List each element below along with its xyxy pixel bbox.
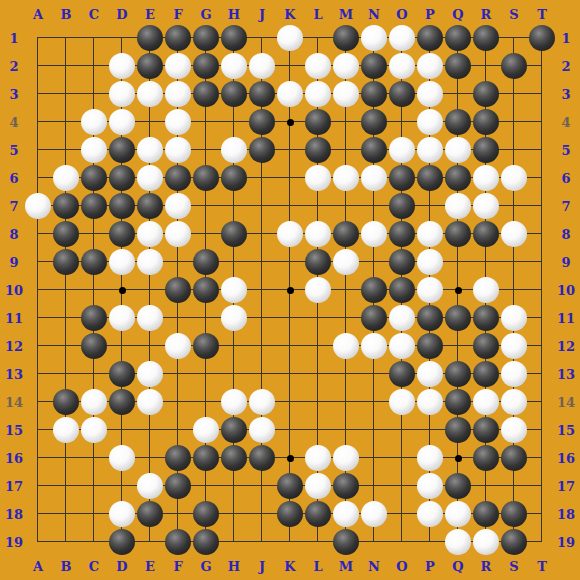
intersection-o17[interactable] bbox=[388, 472, 416, 500]
intersection-p3[interactable] bbox=[416, 80, 444, 108]
intersection-h15[interactable] bbox=[220, 416, 248, 444]
intersection-r17[interactable] bbox=[472, 472, 500, 500]
intersection-f11[interactable] bbox=[164, 304, 192, 332]
intersection-o9[interactable] bbox=[388, 248, 416, 276]
intersection-f14[interactable] bbox=[164, 388, 192, 416]
intersection-e12[interactable] bbox=[136, 332, 164, 360]
intersection-d8[interactable] bbox=[108, 220, 136, 248]
intersection-p17[interactable] bbox=[416, 472, 444, 500]
intersection-s12[interactable] bbox=[500, 332, 528, 360]
intersection-q16[interactable] bbox=[444, 444, 472, 472]
intersection-a10[interactable] bbox=[24, 276, 52, 304]
intersection-e1[interactable] bbox=[136, 24, 164, 52]
intersection-b18[interactable] bbox=[52, 500, 80, 528]
intersection-p15[interactable] bbox=[416, 416, 444, 444]
intersection-r11[interactable] bbox=[472, 304, 500, 332]
intersection-r18[interactable] bbox=[472, 500, 500, 528]
intersection-j5[interactable] bbox=[248, 136, 276, 164]
intersection-d18[interactable] bbox=[108, 500, 136, 528]
intersection-a5[interactable] bbox=[24, 136, 52, 164]
intersection-s11[interactable] bbox=[500, 304, 528, 332]
intersection-e8[interactable] bbox=[136, 220, 164, 248]
intersection-d5[interactable] bbox=[108, 136, 136, 164]
intersection-g4[interactable] bbox=[192, 108, 220, 136]
intersection-j16[interactable] bbox=[248, 444, 276, 472]
intersection-o3[interactable] bbox=[388, 80, 416, 108]
intersection-q13[interactable] bbox=[444, 360, 472, 388]
intersection-q9[interactable] bbox=[444, 248, 472, 276]
intersection-b1[interactable] bbox=[52, 24, 80, 52]
intersection-s18[interactable] bbox=[500, 500, 528, 528]
intersection-r8[interactable] bbox=[472, 220, 500, 248]
intersection-l1[interactable] bbox=[304, 24, 332, 52]
intersection-l11[interactable] bbox=[304, 304, 332, 332]
intersection-m13[interactable] bbox=[332, 360, 360, 388]
intersection-r10[interactable] bbox=[472, 276, 500, 304]
intersection-f8[interactable] bbox=[164, 220, 192, 248]
intersection-p6[interactable] bbox=[416, 164, 444, 192]
intersection-k16[interactable] bbox=[276, 444, 304, 472]
intersection-d3[interactable] bbox=[108, 80, 136, 108]
intersection-j17[interactable] bbox=[248, 472, 276, 500]
intersection-c4[interactable] bbox=[80, 108, 108, 136]
intersection-r6[interactable] bbox=[472, 164, 500, 192]
intersection-b7[interactable] bbox=[52, 192, 80, 220]
intersection-f7[interactable] bbox=[164, 192, 192, 220]
intersection-a18[interactable] bbox=[24, 500, 52, 528]
intersection-r9[interactable] bbox=[472, 248, 500, 276]
intersection-s2[interactable] bbox=[500, 52, 528, 80]
intersection-c1[interactable] bbox=[80, 24, 108, 52]
intersection-m8[interactable] bbox=[332, 220, 360, 248]
intersection-l7[interactable] bbox=[304, 192, 332, 220]
intersection-l14[interactable] bbox=[304, 388, 332, 416]
intersection-m3[interactable] bbox=[332, 80, 360, 108]
intersection-t19[interactable] bbox=[528, 528, 556, 556]
intersection-g2[interactable] bbox=[192, 52, 220, 80]
intersection-r2[interactable] bbox=[472, 52, 500, 80]
intersection-p14[interactable] bbox=[416, 388, 444, 416]
intersection-q3[interactable] bbox=[444, 80, 472, 108]
intersection-c6[interactable] bbox=[80, 164, 108, 192]
intersection-s19[interactable] bbox=[500, 528, 528, 556]
intersection-g5[interactable] bbox=[192, 136, 220, 164]
intersection-p12[interactable] bbox=[416, 332, 444, 360]
intersection-l9[interactable] bbox=[304, 248, 332, 276]
intersection-d12[interactable] bbox=[108, 332, 136, 360]
intersection-q4[interactable] bbox=[444, 108, 472, 136]
intersection-n3[interactable] bbox=[360, 80, 388, 108]
intersection-d7[interactable] bbox=[108, 192, 136, 220]
intersection-o1[interactable] bbox=[388, 24, 416, 52]
intersection-a11[interactable] bbox=[24, 304, 52, 332]
intersection-e9[interactable] bbox=[136, 248, 164, 276]
intersection-h11[interactable] bbox=[220, 304, 248, 332]
intersection-m11[interactable] bbox=[332, 304, 360, 332]
intersection-c12[interactable] bbox=[80, 332, 108, 360]
intersection-n17[interactable] bbox=[360, 472, 388, 500]
intersection-r12[interactable] bbox=[472, 332, 500, 360]
intersection-e15[interactable] bbox=[136, 416, 164, 444]
intersection-a6[interactable] bbox=[24, 164, 52, 192]
intersection-a17[interactable] bbox=[24, 472, 52, 500]
intersection-k13[interactable] bbox=[276, 360, 304, 388]
intersection-r16[interactable] bbox=[472, 444, 500, 472]
intersection-q15[interactable] bbox=[444, 416, 472, 444]
intersection-j9[interactable] bbox=[248, 248, 276, 276]
intersection-s14[interactable] bbox=[500, 388, 528, 416]
intersection-j8[interactable] bbox=[248, 220, 276, 248]
intersection-s9[interactable] bbox=[500, 248, 528, 276]
intersection-m16[interactable] bbox=[332, 444, 360, 472]
intersection-g9[interactable] bbox=[192, 248, 220, 276]
intersection-f12[interactable] bbox=[164, 332, 192, 360]
intersection-m4[interactable] bbox=[332, 108, 360, 136]
intersection-n8[interactable] bbox=[360, 220, 388, 248]
intersection-k1[interactable] bbox=[276, 24, 304, 52]
intersection-a3[interactable] bbox=[24, 80, 52, 108]
intersection-o7[interactable] bbox=[388, 192, 416, 220]
intersection-e5[interactable] bbox=[136, 136, 164, 164]
intersection-q14[interactable] bbox=[444, 388, 472, 416]
intersection-a13[interactable] bbox=[24, 360, 52, 388]
intersection-g13[interactable] bbox=[192, 360, 220, 388]
intersection-q6[interactable] bbox=[444, 164, 472, 192]
intersection-l5[interactable] bbox=[304, 136, 332, 164]
intersection-q19[interactable] bbox=[444, 528, 472, 556]
intersection-g11[interactable] bbox=[192, 304, 220, 332]
intersection-t3[interactable] bbox=[528, 80, 556, 108]
intersection-g14[interactable] bbox=[192, 388, 220, 416]
intersection-h1[interactable] bbox=[220, 24, 248, 52]
intersection-l2[interactable] bbox=[304, 52, 332, 80]
intersection-n9[interactable] bbox=[360, 248, 388, 276]
intersection-g7[interactable] bbox=[192, 192, 220, 220]
intersection-o2[interactable] bbox=[388, 52, 416, 80]
intersection-n11[interactable] bbox=[360, 304, 388, 332]
intersection-n14[interactable] bbox=[360, 388, 388, 416]
intersection-h10[interactable] bbox=[220, 276, 248, 304]
intersection-h5[interactable] bbox=[220, 136, 248, 164]
intersection-q2[interactable] bbox=[444, 52, 472, 80]
intersection-f10[interactable] bbox=[164, 276, 192, 304]
intersection-n12[interactable] bbox=[360, 332, 388, 360]
intersection-o5[interactable] bbox=[388, 136, 416, 164]
intersection-k2[interactable] bbox=[276, 52, 304, 80]
intersection-o6[interactable] bbox=[388, 164, 416, 192]
intersection-h6[interactable] bbox=[220, 164, 248, 192]
intersection-t6[interactable] bbox=[528, 164, 556, 192]
intersection-t12[interactable] bbox=[528, 332, 556, 360]
intersection-p2[interactable] bbox=[416, 52, 444, 80]
intersection-k17[interactable] bbox=[276, 472, 304, 500]
intersection-c8[interactable] bbox=[80, 220, 108, 248]
intersection-b16[interactable] bbox=[52, 444, 80, 472]
intersection-j18[interactable] bbox=[248, 500, 276, 528]
intersection-o14[interactable] bbox=[388, 388, 416, 416]
intersection-j10[interactable] bbox=[248, 276, 276, 304]
intersection-r1[interactable] bbox=[472, 24, 500, 52]
intersection-m1[interactable] bbox=[332, 24, 360, 52]
intersection-s17[interactable] bbox=[500, 472, 528, 500]
intersection-c11[interactable] bbox=[80, 304, 108, 332]
intersection-j4[interactable] bbox=[248, 108, 276, 136]
intersection-k9[interactable] bbox=[276, 248, 304, 276]
intersection-q8[interactable] bbox=[444, 220, 472, 248]
intersection-b3[interactable] bbox=[52, 80, 80, 108]
intersection-g15[interactable] bbox=[192, 416, 220, 444]
intersection-m2[interactable] bbox=[332, 52, 360, 80]
intersection-m18[interactable] bbox=[332, 500, 360, 528]
intersection-b2[interactable] bbox=[52, 52, 80, 80]
intersection-k19[interactable] bbox=[276, 528, 304, 556]
intersection-q17[interactable] bbox=[444, 472, 472, 500]
intersection-s13[interactable] bbox=[500, 360, 528, 388]
intersection-c16[interactable] bbox=[80, 444, 108, 472]
intersection-l4[interactable] bbox=[304, 108, 332, 136]
intersection-p7[interactable] bbox=[416, 192, 444, 220]
intersection-f19[interactable] bbox=[164, 528, 192, 556]
intersection-c14[interactable] bbox=[80, 388, 108, 416]
intersection-a16[interactable] bbox=[24, 444, 52, 472]
intersection-s4[interactable] bbox=[500, 108, 528, 136]
intersection-h7[interactable] bbox=[220, 192, 248, 220]
intersection-f5[interactable] bbox=[164, 136, 192, 164]
intersection-t16[interactable] bbox=[528, 444, 556, 472]
intersection-f13[interactable] bbox=[164, 360, 192, 388]
intersection-b6[interactable] bbox=[52, 164, 80, 192]
intersection-f17[interactable] bbox=[164, 472, 192, 500]
intersection-p18[interactable] bbox=[416, 500, 444, 528]
intersection-e2[interactable] bbox=[136, 52, 164, 80]
intersection-h3[interactable] bbox=[220, 80, 248, 108]
intersection-f4[interactable] bbox=[164, 108, 192, 136]
intersection-j15[interactable] bbox=[248, 416, 276, 444]
intersection-d9[interactable] bbox=[108, 248, 136, 276]
intersection-h12[interactable] bbox=[220, 332, 248, 360]
intersection-o19[interactable] bbox=[388, 528, 416, 556]
intersection-c5[interactable] bbox=[80, 136, 108, 164]
intersection-l16[interactable] bbox=[304, 444, 332, 472]
intersection-k14[interactable] bbox=[276, 388, 304, 416]
intersection-h19[interactable] bbox=[220, 528, 248, 556]
intersection-o10[interactable] bbox=[388, 276, 416, 304]
intersection-m15[interactable] bbox=[332, 416, 360, 444]
intersection-p19[interactable] bbox=[416, 528, 444, 556]
intersection-a12[interactable] bbox=[24, 332, 52, 360]
intersection-a7[interactable] bbox=[24, 192, 52, 220]
intersection-d10[interactable] bbox=[108, 276, 136, 304]
intersection-h2[interactable] bbox=[220, 52, 248, 80]
intersection-c18[interactable] bbox=[80, 500, 108, 528]
intersection-d14[interactable] bbox=[108, 388, 136, 416]
intersection-n19[interactable] bbox=[360, 528, 388, 556]
intersection-t9[interactable] bbox=[528, 248, 556, 276]
intersection-f1[interactable] bbox=[164, 24, 192, 52]
intersection-c3[interactable] bbox=[80, 80, 108, 108]
intersection-c10[interactable] bbox=[80, 276, 108, 304]
intersection-c9[interactable] bbox=[80, 248, 108, 276]
intersection-o18[interactable] bbox=[388, 500, 416, 528]
intersection-e19[interactable] bbox=[136, 528, 164, 556]
intersection-n4[interactable] bbox=[360, 108, 388, 136]
intersection-n16[interactable] bbox=[360, 444, 388, 472]
intersection-r5[interactable] bbox=[472, 136, 500, 164]
intersection-p5[interactable] bbox=[416, 136, 444, 164]
intersection-c15[interactable] bbox=[80, 416, 108, 444]
intersection-k12[interactable] bbox=[276, 332, 304, 360]
intersection-p9[interactable] bbox=[416, 248, 444, 276]
intersection-d11[interactable] bbox=[108, 304, 136, 332]
intersection-f2[interactable] bbox=[164, 52, 192, 80]
intersection-h8[interactable] bbox=[220, 220, 248, 248]
intersection-k7[interactable] bbox=[276, 192, 304, 220]
intersection-n6[interactable] bbox=[360, 164, 388, 192]
intersection-l12[interactable] bbox=[304, 332, 332, 360]
intersection-n15[interactable] bbox=[360, 416, 388, 444]
intersection-h14[interactable] bbox=[220, 388, 248, 416]
intersection-q11[interactable] bbox=[444, 304, 472, 332]
intersection-o13[interactable] bbox=[388, 360, 416, 388]
intersection-d6[interactable] bbox=[108, 164, 136, 192]
intersection-g1[interactable] bbox=[192, 24, 220, 52]
intersection-l17[interactable] bbox=[304, 472, 332, 500]
intersection-l6[interactable] bbox=[304, 164, 332, 192]
intersection-r4[interactable] bbox=[472, 108, 500, 136]
intersection-l3[interactable] bbox=[304, 80, 332, 108]
intersection-m5[interactable] bbox=[332, 136, 360, 164]
intersection-e3[interactable] bbox=[136, 80, 164, 108]
intersection-e7[interactable] bbox=[136, 192, 164, 220]
intersection-k4[interactable] bbox=[276, 108, 304, 136]
intersection-t15[interactable] bbox=[528, 416, 556, 444]
intersection-t13[interactable] bbox=[528, 360, 556, 388]
intersection-d16[interactable] bbox=[108, 444, 136, 472]
intersection-m6[interactable] bbox=[332, 164, 360, 192]
intersection-l13[interactable] bbox=[304, 360, 332, 388]
intersection-s1[interactable] bbox=[500, 24, 528, 52]
intersection-e17[interactable] bbox=[136, 472, 164, 500]
intersection-m14[interactable] bbox=[332, 388, 360, 416]
intersection-r3[interactable] bbox=[472, 80, 500, 108]
intersection-d19[interactable] bbox=[108, 528, 136, 556]
intersection-b19[interactable] bbox=[52, 528, 80, 556]
intersection-j11[interactable] bbox=[248, 304, 276, 332]
intersection-l10[interactable] bbox=[304, 276, 332, 304]
intersection-p16[interactable] bbox=[416, 444, 444, 472]
intersection-b11[interactable] bbox=[52, 304, 80, 332]
intersection-b10[interactable] bbox=[52, 276, 80, 304]
intersection-g6[interactable] bbox=[192, 164, 220, 192]
intersection-k5[interactable] bbox=[276, 136, 304, 164]
intersection-n2[interactable] bbox=[360, 52, 388, 80]
intersection-q10[interactable] bbox=[444, 276, 472, 304]
intersection-k3[interactable] bbox=[276, 80, 304, 108]
intersection-n10[interactable] bbox=[360, 276, 388, 304]
intersection-d1[interactable] bbox=[108, 24, 136, 52]
intersection-d15[interactable] bbox=[108, 416, 136, 444]
intersection-s5[interactable] bbox=[500, 136, 528, 164]
intersection-j1[interactable] bbox=[248, 24, 276, 52]
intersection-n18[interactable] bbox=[360, 500, 388, 528]
intersection-k18[interactable] bbox=[276, 500, 304, 528]
intersection-m10[interactable] bbox=[332, 276, 360, 304]
intersection-g3[interactable] bbox=[192, 80, 220, 108]
intersection-j14[interactable] bbox=[248, 388, 276, 416]
intersection-s15[interactable] bbox=[500, 416, 528, 444]
intersection-g16[interactable] bbox=[192, 444, 220, 472]
intersection-h16[interactable] bbox=[220, 444, 248, 472]
intersection-b12[interactable] bbox=[52, 332, 80, 360]
intersection-h18[interactable] bbox=[220, 500, 248, 528]
intersection-j13[interactable] bbox=[248, 360, 276, 388]
intersection-k10[interactable] bbox=[276, 276, 304, 304]
intersection-e11[interactable] bbox=[136, 304, 164, 332]
intersection-f9[interactable] bbox=[164, 248, 192, 276]
intersection-b15[interactable] bbox=[52, 416, 80, 444]
intersection-g12[interactable] bbox=[192, 332, 220, 360]
intersection-s3[interactable] bbox=[500, 80, 528, 108]
intersection-n7[interactable] bbox=[360, 192, 388, 220]
intersection-l18[interactable] bbox=[304, 500, 332, 528]
intersection-l8[interactable] bbox=[304, 220, 332, 248]
intersection-t2[interactable] bbox=[528, 52, 556, 80]
intersection-r14[interactable] bbox=[472, 388, 500, 416]
intersection-h4[interactable] bbox=[220, 108, 248, 136]
intersection-q1[interactable] bbox=[444, 24, 472, 52]
intersection-q7[interactable] bbox=[444, 192, 472, 220]
intersection-a2[interactable] bbox=[24, 52, 52, 80]
intersection-o16[interactable] bbox=[388, 444, 416, 472]
intersection-t8[interactable] bbox=[528, 220, 556, 248]
intersection-b9[interactable] bbox=[52, 248, 80, 276]
intersection-t7[interactable] bbox=[528, 192, 556, 220]
intersection-c17[interactable] bbox=[80, 472, 108, 500]
intersection-b13[interactable] bbox=[52, 360, 80, 388]
intersection-p13[interactable] bbox=[416, 360, 444, 388]
intersection-f18[interactable] bbox=[164, 500, 192, 528]
intersection-t4[interactable] bbox=[528, 108, 556, 136]
intersection-s10[interactable] bbox=[500, 276, 528, 304]
intersection-t1[interactable] bbox=[528, 24, 556, 52]
intersection-d17[interactable] bbox=[108, 472, 136, 500]
intersection-e4[interactable] bbox=[136, 108, 164, 136]
intersection-a4[interactable] bbox=[24, 108, 52, 136]
intersection-c7[interactable] bbox=[80, 192, 108, 220]
intersection-h13[interactable] bbox=[220, 360, 248, 388]
intersection-l19[interactable] bbox=[304, 528, 332, 556]
intersection-b14[interactable] bbox=[52, 388, 80, 416]
intersection-e13[interactable] bbox=[136, 360, 164, 388]
intersection-q12[interactable] bbox=[444, 332, 472, 360]
intersection-o4[interactable] bbox=[388, 108, 416, 136]
intersection-t10[interactable] bbox=[528, 276, 556, 304]
intersection-j7[interactable] bbox=[248, 192, 276, 220]
intersection-r7[interactable] bbox=[472, 192, 500, 220]
intersection-j2[interactable] bbox=[248, 52, 276, 80]
intersection-d13[interactable] bbox=[108, 360, 136, 388]
intersection-a9[interactable] bbox=[24, 248, 52, 276]
intersection-t17[interactable] bbox=[528, 472, 556, 500]
intersection-m17[interactable] bbox=[332, 472, 360, 500]
intersection-t5[interactable] bbox=[528, 136, 556, 164]
intersection-r19[interactable] bbox=[472, 528, 500, 556]
intersection-s6[interactable] bbox=[500, 164, 528, 192]
intersection-e6[interactable] bbox=[136, 164, 164, 192]
intersection-c19[interactable] bbox=[80, 528, 108, 556]
intersection-k11[interactable] bbox=[276, 304, 304, 332]
intersection-g17[interactable] bbox=[192, 472, 220, 500]
